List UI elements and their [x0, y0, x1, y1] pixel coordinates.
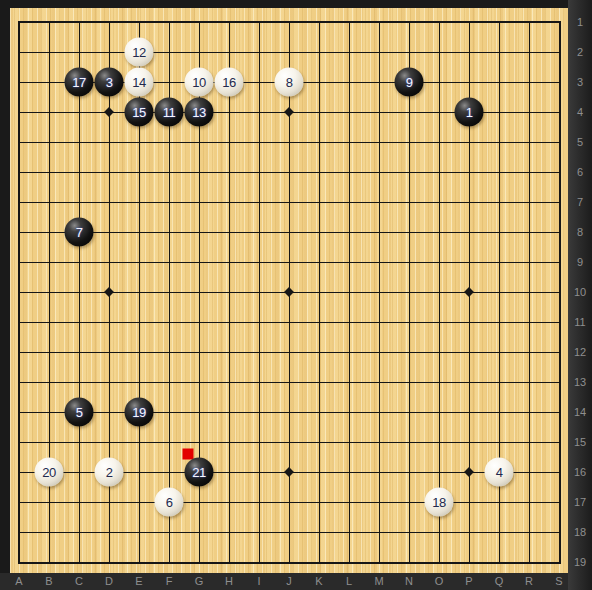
- stone-move-number: 10: [192, 76, 205, 89]
- grid-line: [19, 412, 559, 413]
- stone-13-black-g4[interactable]: 13: [185, 98, 214, 127]
- stone-16-white-h3[interactable]: 16: [215, 68, 244, 97]
- stone-body: 10: [185, 68, 214, 97]
- column-label-k: K: [309, 574, 329, 589]
- row-label-17: 17: [568, 495, 592, 509]
- stone-move-number: 1: [466, 106, 473, 119]
- stone-move-number: 18: [432, 496, 445, 509]
- last-move-marker: [183, 449, 194, 460]
- row-label-1: 1: [568, 15, 592, 29]
- stone-move-number: 3: [106, 76, 113, 89]
- stone-14-white-e3[interactable]: 14: [125, 68, 154, 97]
- stone-move-number: 19: [132, 406, 145, 419]
- row-label-2: 2: [568, 45, 592, 59]
- stone-move-number: 9: [406, 76, 413, 89]
- stone-21-black-g16[interactable]: 21: [185, 458, 214, 487]
- stone-body: 3: [95, 68, 124, 97]
- stone-body: 1: [455, 98, 484, 127]
- stone-move-number: 2: [106, 466, 113, 479]
- grid-line: [409, 22, 410, 562]
- column-label-c: C: [69, 574, 89, 589]
- stone-move-number: 8: [286, 76, 293, 89]
- stone-move-number: 21: [192, 466, 205, 479]
- stone-body: 9: [395, 68, 424, 97]
- stone-body: 16: [215, 68, 244, 97]
- stone-12-white-e2[interactable]: 12: [125, 38, 154, 67]
- row-label-13: 13: [568, 375, 592, 389]
- stone-8-white-j3[interactable]: 8: [275, 68, 304, 97]
- go-board[interactable]: 123456789101112131415161718192021: [10, 8, 568, 573]
- column-label-a: A: [9, 574, 29, 589]
- grid-line: [529, 22, 530, 562]
- stone-move-number: 11: [163, 106, 176, 119]
- stone-5-black-c14[interactable]: 5: [65, 398, 94, 427]
- row-label-4: 4: [568, 105, 592, 119]
- stone-move-number: 4: [496, 466, 503, 479]
- stone-10-white-g3[interactable]: 10: [185, 68, 214, 97]
- stone-body: 8: [275, 68, 304, 97]
- board-grid: 123456789101112131415161718192021: [19, 22, 559, 562]
- row-label-8: 8: [568, 225, 592, 239]
- column-label-b: B: [39, 574, 59, 589]
- column-labels: ABCDEFGHIJKLMNOPQRS: [0, 573, 568, 590]
- stone-body: 12: [125, 38, 154, 67]
- column-label-r: R: [519, 574, 539, 589]
- stone-body: 4: [485, 458, 514, 487]
- column-label-i: I: [249, 574, 269, 589]
- stone-9-black-n3[interactable]: 9: [395, 68, 424, 97]
- stone-body: 21: [185, 458, 214, 487]
- column-label-f: F: [159, 574, 179, 589]
- row-label-6: 6: [568, 165, 592, 179]
- stone-body: 19: [125, 398, 154, 427]
- column-label-g: G: [189, 574, 209, 589]
- stone-move-number: 7: [76, 226, 83, 239]
- column-label-o: O: [429, 574, 449, 589]
- stone-2-white-d16[interactable]: 2: [95, 458, 124, 487]
- stone-body: 13: [185, 98, 214, 127]
- stone-body: 5: [65, 398, 94, 427]
- stone-17-black-c3[interactable]: 17: [65, 68, 94, 97]
- column-label-h: H: [219, 574, 239, 589]
- stone-move-number: 16: [222, 76, 235, 89]
- grid-line: [19, 382, 559, 383]
- stone-3-black-d3[interactable]: 3: [95, 68, 124, 97]
- column-label-m: M: [369, 574, 389, 589]
- grid-line: [319, 22, 320, 562]
- grid-line: [19, 352, 559, 353]
- stone-move-number: 14: [132, 76, 145, 89]
- column-label-s: S: [549, 574, 569, 589]
- row-label-12: 12: [568, 345, 592, 359]
- stone-move-number: 13: [192, 106, 205, 119]
- column-label-d: D: [99, 574, 119, 589]
- stone-body: 2: [95, 458, 124, 487]
- stone-body: 18: [425, 488, 454, 517]
- stone-move-number: 15: [132, 106, 145, 119]
- column-label-n: N: [399, 574, 419, 589]
- stone-body: 15: [125, 98, 154, 127]
- grid-line: [349, 22, 350, 562]
- stone-19-black-e14[interactable]: 19: [125, 398, 154, 427]
- grid-line: [19, 502, 559, 503]
- row-label-10: 10: [568, 285, 592, 299]
- row-label-18: 18: [568, 525, 592, 539]
- stone-body: 20: [35, 458, 64, 487]
- stone-body: 14: [125, 68, 154, 97]
- row-label-9: 9: [568, 255, 592, 269]
- stone-6-white-f17[interactable]: 6: [155, 488, 184, 517]
- row-label-3: 3: [568, 75, 592, 89]
- stone-4-white-q16[interactable]: 4: [485, 458, 514, 487]
- stone-body: 17: [65, 68, 94, 97]
- column-label-q: Q: [489, 574, 509, 589]
- grid-line: [439, 22, 440, 562]
- grid-line: [559, 22, 560, 562]
- grid-line: [19, 532, 559, 533]
- stone-move-number: 20: [42, 466, 55, 479]
- stone-move-number: 6: [166, 496, 173, 509]
- stone-body: 7: [65, 218, 94, 247]
- stone-7-black-c8[interactable]: 7: [65, 218, 94, 247]
- grid-line: [19, 562, 559, 563]
- stone-body: 6: [155, 488, 184, 517]
- column-label-p: P: [459, 574, 479, 589]
- stone-20-white-b16[interactable]: 20: [35, 458, 64, 487]
- column-label-e: E: [129, 574, 149, 589]
- row-label-19: 19: [568, 555, 592, 569]
- grid-line: [379, 22, 380, 562]
- stone-body: 11: [155, 98, 184, 127]
- row-label-16: 16: [568, 465, 592, 479]
- stone-move-number: 5: [76, 406, 83, 419]
- grid-line: [19, 322, 559, 323]
- row-label-7: 7: [568, 195, 592, 209]
- row-label-11: 11: [568, 315, 592, 329]
- row-label-14: 14: [568, 405, 592, 419]
- grid-line: [19, 442, 559, 443]
- stone-1-black-p4[interactable]: 1: [455, 98, 484, 127]
- stone-move-number: 17: [72, 76, 85, 89]
- row-label-15: 15: [568, 435, 592, 449]
- stone-15-black-e4[interactable]: 15: [125, 98, 154, 127]
- stone-11-black-f4[interactable]: 11: [155, 98, 184, 127]
- row-labels: 12345678910111213141516171819: [568, 0, 592, 590]
- stone-move-number: 12: [132, 46, 145, 59]
- column-label-l: L: [339, 574, 359, 589]
- row-label-5: 5: [568, 135, 592, 149]
- stone-18-white-o17[interactable]: 18: [425, 488, 454, 517]
- go-app-frame: 123456789101112131415161718192021 123456…: [0, 0, 592, 590]
- column-label-j: J: [279, 574, 299, 589]
